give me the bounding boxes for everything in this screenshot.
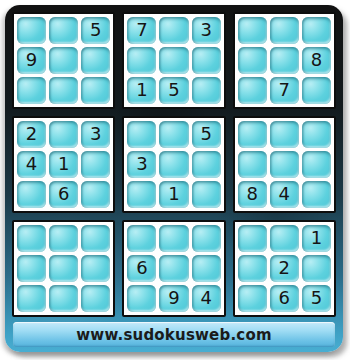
cell-r1c5[interactable]: [159, 17, 188, 44]
cell-r9c2[interactable]: [49, 285, 78, 312]
cell-r5c3[interactable]: [81, 151, 110, 178]
cell-r2c1[interactable]: 9: [17, 47, 46, 74]
cell-r3c6[interactable]: [192, 77, 221, 104]
cell-r3c2[interactable]: [49, 77, 78, 104]
cell-r4c6[interactable]: 5: [192, 121, 221, 148]
given-digit: 7: [279, 81, 290, 99]
given-digit: 6: [58, 185, 69, 203]
given-digit: 6: [136, 259, 147, 277]
given-digit: 6: [279, 289, 290, 307]
cell-r6c5[interactable]: 1: [159, 181, 188, 208]
cell-r9c9[interactable]: 5: [302, 285, 331, 312]
cell-r1c7[interactable]: [238, 17, 267, 44]
given-digit: 4: [26, 155, 37, 173]
cell-r1c8[interactable]: [270, 17, 299, 44]
cell-r3c3[interactable]: [81, 77, 110, 104]
given-digit: 5: [90, 21, 101, 39]
cell-r4c3[interactable]: 3: [81, 121, 110, 148]
cell-r8c3[interactable]: [81, 255, 110, 282]
cell-r7c5[interactable]: [159, 225, 188, 252]
cell-r6c3[interactable]: [81, 181, 110, 208]
cell-r1c6[interactable]: 3: [192, 17, 221, 44]
sudoku-box-2: 7315: [122, 12, 225, 109]
cell-r2c5[interactable]: [159, 47, 188, 74]
sudoku-page: 5973158723416531846941265 www.sudokusweb…: [0, 0, 350, 360]
given-digit: 5: [200, 125, 211, 143]
cell-r6c2[interactable]: 6: [49, 181, 78, 208]
given-digit: 4: [200, 289, 211, 307]
cell-r5c8[interactable]: [270, 151, 299, 178]
cell-r7c3[interactable]: [81, 225, 110, 252]
cell-r5c7[interactable]: [238, 151, 267, 178]
cell-r1c9[interactable]: [302, 17, 331, 44]
given-digit: 1: [311, 229, 322, 247]
given-digit: 2: [279, 259, 290, 277]
given-digit: 1: [58, 155, 69, 173]
cell-r8c9[interactable]: [302, 255, 331, 282]
cell-r9c4[interactable]: [127, 285, 156, 312]
cell-r9c7[interactable]: [238, 285, 267, 312]
given-digit: 3: [200, 21, 211, 39]
cell-r7c9[interactable]: 1: [302, 225, 331, 252]
sudoku-board: 5973158723416531846941265: [12, 12, 336, 317]
cell-r1c3[interactable]: 5: [81, 17, 110, 44]
given-digit: 8: [246, 185, 257, 203]
given-digit: 5: [311, 289, 322, 307]
sudoku-box-3: 87: [233, 12, 336, 109]
cell-r2c2[interactable]: [49, 47, 78, 74]
cell-r3c4[interactable]: 1: [127, 77, 156, 104]
cell-r7c6[interactable]: [192, 225, 221, 252]
given-digit: 8: [311, 51, 322, 69]
cell-r5c4[interactable]: 3: [127, 151, 156, 178]
cell-r1c2[interactable]: [49, 17, 78, 44]
sudoku-box-8: 694: [122, 220, 225, 317]
cell-r8c7[interactable]: [238, 255, 267, 282]
cell-r6c6[interactable]: [192, 181, 221, 208]
cell-r5c9[interactable]: [302, 151, 331, 178]
cell-r7c4[interactable]: [127, 225, 156, 252]
given-digit: 9: [26, 51, 37, 69]
cell-r6c4[interactable]: [127, 181, 156, 208]
cell-r4c1[interactable]: 2: [17, 121, 46, 148]
cell-r9c1[interactable]: [17, 285, 46, 312]
cell-r7c2[interactable]: [49, 225, 78, 252]
given-digit: 2: [26, 125, 37, 143]
cell-r4c4[interactable]: [127, 121, 156, 148]
cell-r3c7[interactable]: [238, 77, 267, 104]
cell-r7c8[interactable]: [270, 225, 299, 252]
cell-r7c7[interactable]: [238, 225, 267, 252]
cell-r6c1[interactable]: [17, 181, 46, 208]
given-digit: 3: [136, 155, 147, 173]
footer-url: www.sudokusweb.com: [76, 326, 271, 344]
cell-r2c9[interactable]: 8: [302, 47, 331, 74]
cell-r9c6[interactable]: 4: [192, 285, 221, 312]
cell-r6c7[interactable]: 8: [238, 181, 267, 208]
given-digit: 9: [168, 289, 179, 307]
cell-r2c6[interactable]: [192, 47, 221, 74]
given-digit: 7: [136, 21, 147, 39]
cell-r2c7[interactable]: [238, 47, 267, 74]
cell-r4c9[interactable]: [302, 121, 331, 148]
cell-r1c4[interactable]: 7: [127, 17, 156, 44]
cell-r3c1[interactable]: [17, 77, 46, 104]
cell-r3c5[interactable]: 5: [159, 77, 188, 104]
cell-r7c1[interactable]: [17, 225, 46, 252]
cell-r4c8[interactable]: [270, 121, 299, 148]
sudoku-plaque: 5973158723416531846941265 www.sudokusweb…: [5, 5, 343, 352]
given-digit: 1: [136, 81, 147, 99]
given-digit: 5: [168, 81, 179, 99]
sudoku-box-7: [12, 220, 115, 317]
sudoku-box-1: 59: [12, 12, 115, 109]
sudoku-box-6: 84: [233, 116, 336, 213]
cell-r4c2[interactable]: [49, 121, 78, 148]
cell-r5c6[interactable]: [192, 151, 221, 178]
cell-r5c1[interactable]: 4: [17, 151, 46, 178]
cell-r9c8[interactable]: 6: [270, 285, 299, 312]
cell-r5c2[interactable]: 1: [49, 151, 78, 178]
given-digit: 1: [168, 185, 179, 203]
cell-r8c5[interactable]: [159, 255, 188, 282]
cell-r8c4[interactable]: 6: [127, 255, 156, 282]
cell-r9c5[interactable]: 9: [159, 285, 188, 312]
footer-band: www.sudokusweb.com: [13, 322, 335, 347]
cell-r8c2[interactable]: [49, 255, 78, 282]
sudoku-box-5: 531: [122, 116, 225, 213]
cell-r1c1[interactable]: [17, 17, 46, 44]
cell-r3c9[interactable]: [302, 77, 331, 104]
cell-r8c6[interactable]: [192, 255, 221, 282]
cell-r9c3[interactable]: [81, 285, 110, 312]
cell-r2c8[interactable]: [270, 47, 299, 74]
given-digit: 3: [90, 125, 101, 143]
cell-r2c3[interactable]: [81, 47, 110, 74]
cell-r5c5[interactable]: [159, 151, 188, 178]
cell-r8c8[interactable]: 2: [270, 255, 299, 282]
cell-r4c7[interactable]: [238, 121, 267, 148]
cell-r6c9[interactable]: [302, 181, 331, 208]
sudoku-box-4: 23416: [12, 116, 115, 213]
cell-r3c8[interactable]: 7: [270, 77, 299, 104]
sudoku-box-9: 1265: [233, 220, 336, 317]
cell-r8c1[interactable]: [17, 255, 46, 282]
cell-r6c8[interactable]: 4: [270, 181, 299, 208]
cell-r4c5[interactable]: [159, 121, 188, 148]
cell-r2c4[interactable]: [127, 47, 156, 74]
given-digit: 4: [279, 185, 290, 203]
